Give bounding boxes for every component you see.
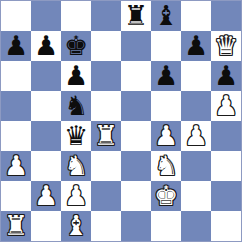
black-pawn-f6[interactable]: ♟ — [154, 62, 178, 89]
square-g1[interactable] — [181, 211, 211, 241]
square-g4[interactable]: ♟ — [181, 121, 211, 151]
square-f4[interactable]: ♟ — [151, 121, 181, 151]
square-g3[interactable] — [181, 151, 211, 181]
square-h7[interactable]: ♛ — [211, 31, 241, 61]
square-h4[interactable] — [211, 121, 241, 151]
square-e2[interactable] — [121, 181, 151, 211]
square-g6[interactable] — [181, 61, 211, 91]
square-a2[interactable] — [1, 181, 31, 211]
square-e4[interactable] — [121, 121, 151, 151]
square-c1[interactable]: ♝ — [61, 211, 91, 241]
square-a3[interactable]: ♟ — [1, 151, 31, 181]
square-c4[interactable]: ♛ — [61, 121, 91, 151]
square-d1[interactable] — [91, 211, 121, 241]
white-pawn-b2[interactable]: ♟ — [34, 182, 58, 209]
white-pawn-a3[interactable]: ♟ — [4, 152, 28, 179]
square-d7[interactable] — [91, 31, 121, 61]
square-h8[interactable] — [211, 1, 241, 31]
black-king-c7[interactable]: ♚ — [64, 32, 88, 59]
square-d6[interactable] — [91, 61, 121, 91]
square-c6[interactable]: ♟ — [61, 61, 91, 91]
square-e1[interactable] — [121, 211, 151, 241]
white-knight-f3[interactable]: ♞ — [154, 152, 178, 179]
white-rook-d4[interactable]: ♜ — [94, 122, 118, 149]
square-b6[interactable] — [31, 61, 61, 91]
black-pawn-b7[interactable]: ♟ — [34, 32, 58, 59]
square-e3[interactable] — [121, 151, 151, 181]
square-d4[interactable]: ♜ — [91, 121, 121, 151]
square-d8[interactable] — [91, 1, 121, 31]
square-b7[interactable]: ♟ — [31, 31, 61, 61]
black-queen-c4[interactable]: ♛ — [64, 122, 88, 149]
square-h3[interactable] — [211, 151, 241, 181]
square-a1[interactable]: ♜ — [1, 211, 31, 241]
square-a7[interactable]: ♟ — [1, 31, 31, 61]
square-b1[interactable] — [31, 211, 61, 241]
square-h1[interactable] — [211, 211, 241, 241]
square-a5[interactable] — [1, 91, 31, 121]
white-pawn-h5[interactable]: ♟ — [214, 92, 238, 119]
square-g8[interactable] — [181, 1, 211, 31]
white-pawn-g4[interactable]: ♟ — [184, 122, 208, 149]
white-pawn-f4[interactable]: ♟ — [154, 122, 178, 149]
black-pawn-c6[interactable]: ♟ — [64, 62, 88, 89]
white-rook-a1[interactable]: ♜ — [4, 212, 28, 239]
black-pawn-a7[interactable]: ♟ — [4, 32, 28, 59]
white-knight-c3[interactable]: ♞ — [64, 152, 88, 179]
square-e6[interactable] — [121, 61, 151, 91]
square-f1[interactable] — [151, 211, 181, 241]
square-f7[interactable] — [151, 31, 181, 61]
square-c5[interactable]: ♞ — [61, 91, 91, 121]
chess-board: ♜♝♟♟♚♟♛♟♟♟♞♟♛♜♟♟♟♞♞♟♟♚♜♝ — [0, 0, 242, 242]
square-a8[interactable] — [1, 1, 31, 31]
square-g7[interactable]: ♟ — [181, 31, 211, 61]
square-d5[interactable] — [91, 91, 121, 121]
square-f8[interactable]: ♝ — [151, 1, 181, 31]
square-f2[interactable]: ♚ — [151, 181, 181, 211]
square-c2[interactable]: ♟ — [61, 181, 91, 211]
square-e5[interactable] — [121, 91, 151, 121]
square-b4[interactable] — [31, 121, 61, 151]
white-bishop-c1[interactable]: ♝ — [64, 212, 88, 239]
black-pawn-g7[interactable]: ♟ — [184, 32, 208, 59]
square-f5[interactable] — [151, 91, 181, 121]
square-f6[interactable]: ♟ — [151, 61, 181, 91]
square-h2[interactable] — [211, 181, 241, 211]
square-e7[interactable] — [121, 31, 151, 61]
square-f3[interactable]: ♞ — [151, 151, 181, 181]
white-queen-h7[interactable]: ♛ — [214, 32, 238, 59]
square-b3[interactable] — [31, 151, 61, 181]
white-pawn-c2[interactable]: ♟ — [64, 182, 88, 209]
square-g2[interactable] — [181, 181, 211, 211]
square-g5[interactable] — [181, 91, 211, 121]
square-b5[interactable] — [31, 91, 61, 121]
black-rook-e8[interactable]: ♜ — [124, 2, 148, 29]
square-b2[interactable]: ♟ — [31, 181, 61, 211]
square-a4[interactable] — [1, 121, 31, 151]
black-bishop-f8[interactable]: ♝ — [154, 2, 178, 29]
square-c7[interactable]: ♚ — [61, 31, 91, 61]
black-pawn-h6[interactable]: ♟ — [214, 62, 238, 89]
square-h5[interactable]: ♟ — [211, 91, 241, 121]
square-d3[interactable] — [91, 151, 121, 181]
square-b8[interactable] — [31, 1, 61, 31]
square-e8[interactable]: ♜ — [121, 1, 151, 31]
square-a6[interactable] — [1, 61, 31, 91]
black-knight-c5[interactable]: ♞ — [64, 92, 88, 119]
square-c3[interactable]: ♞ — [61, 151, 91, 181]
square-h6[interactable]: ♟ — [211, 61, 241, 91]
square-c8[interactable] — [61, 1, 91, 31]
white-king-f2[interactable]: ♚ — [154, 182, 178, 209]
square-d2[interactable] — [91, 181, 121, 211]
